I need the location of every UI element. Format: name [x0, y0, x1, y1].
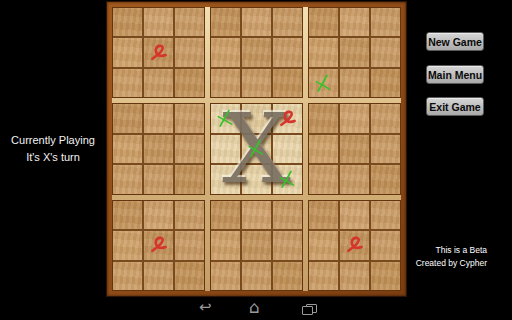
cell-r2-c2[interactable] — [175, 69, 204, 97]
cell-r7-c2[interactable] — [175, 231, 204, 259]
cell-r7-c5[interactable] — [273, 231, 302, 259]
cell-r3-c6[interactable] — [309, 104, 338, 132]
cell-r1-c1[interactable] — [144, 38, 173, 66]
cell-r1-c3[interactable] — [211, 38, 240, 66]
cell-r8-c3[interactable] — [211, 262, 240, 290]
cell-r3-c8[interactable] — [371, 104, 400, 132]
x-mark-icon — [314, 72, 333, 95]
cell-r0-c5[interactable] — [273, 8, 302, 36]
cell-r1-c5[interactable] — [273, 38, 302, 66]
cell-r8-c1[interactable] — [144, 262, 173, 290]
board-grid: X — [112, 7, 401, 291]
cell-r2-c6[interactable] — [309, 69, 338, 97]
cell-r2-c8[interactable] — [371, 69, 400, 97]
cell-r7-c8[interactable] — [371, 231, 400, 259]
cell-r8-c5[interactable] — [273, 262, 302, 290]
cell-r7-c6[interactable] — [309, 231, 338, 259]
cell-r6-c8[interactable] — [371, 201, 400, 229]
game-board: X — [106, 1, 407, 297]
cell-r5-c0[interactable] — [113, 165, 142, 193]
x-mark-icon — [247, 137, 266, 160]
subboard-2-0 — [112, 200, 205, 291]
subboard-1-0 — [112, 103, 205, 194]
cell-r5-c3[interactable] — [211, 165, 240, 193]
cell-r0-c3[interactable] — [211, 8, 240, 36]
cell-r1-c8[interactable] — [371, 38, 400, 66]
cell-r5-c7[interactable] — [340, 165, 369, 193]
exit-game-button[interactable]: Exit Game — [426, 97, 484, 116]
subboard-1-2 — [308, 103, 401, 194]
cell-r2-c4[interactable] — [242, 69, 271, 97]
beta-credits: This is a Beta Created by Cypher — [416, 244, 487, 270]
cell-r8-c8[interactable] — [371, 262, 400, 290]
cell-r7-c0[interactable] — [113, 231, 142, 259]
o-mark-icon — [344, 232, 366, 258]
cell-r0-c8[interactable] — [371, 8, 400, 36]
cell-r0-c1[interactable] — [144, 8, 173, 36]
cell-r1-c4[interactable] — [242, 38, 271, 66]
cell-r4-c2[interactable] — [175, 135, 204, 163]
cell-r6-c2[interactable] — [175, 201, 204, 229]
cell-r6-c1[interactable] — [144, 201, 173, 229]
cell-r1-c2[interactable] — [175, 38, 204, 66]
cell-r3-c4[interactable] — [242, 104, 271, 132]
cell-r2-c0[interactable] — [113, 69, 142, 97]
subboard-1-1: X — [210, 103, 303, 194]
cell-r5-c5[interactable] — [273, 165, 302, 193]
cell-r4-c0[interactable] — [113, 135, 142, 163]
cell-r1-c0[interactable] — [113, 38, 142, 66]
cell-r8-c7[interactable] — [340, 262, 369, 290]
cell-r1-c6[interactable] — [309, 38, 338, 66]
recents-front-rect — [302, 306, 313, 315]
status-line2: It's X's turn — [0, 149, 106, 166]
main-menu-button[interactable]: Main Menu — [426, 65, 484, 84]
credits-line1: This is a Beta — [416, 244, 487, 257]
subboard-0-2 — [308, 7, 401, 98]
cell-r7-c7[interactable] — [340, 231, 369, 259]
cell-r4-c4[interactable] — [242, 135, 271, 163]
cell-r3-c3[interactable] — [211, 104, 240, 132]
status-line1: Currently Playing — [0, 132, 106, 149]
cell-r4-c6[interactable] — [309, 135, 338, 163]
cell-r0-c7[interactable] — [340, 8, 369, 36]
cell-r3-c5[interactable] — [273, 104, 302, 132]
back-icon[interactable]: ↩ — [199, 300, 212, 315]
cell-r5-c8[interactable] — [371, 165, 400, 193]
cell-r7-c1[interactable] — [144, 231, 173, 259]
cell-r4-c5[interactable] — [273, 135, 302, 163]
cell-r5-c1[interactable] — [144, 165, 173, 193]
cell-r2-c1[interactable] — [144, 69, 173, 97]
cell-r8-c4[interactable] — [242, 262, 271, 290]
cell-r6-c6[interactable] — [309, 201, 338, 229]
x-mark-icon — [278, 168, 297, 191]
turn-status: Currently Playing It's X's turn — [0, 132, 106, 166]
cell-r6-c0[interactable] — [113, 201, 142, 229]
cell-r2-c7[interactable] — [340, 69, 369, 97]
cell-r0-c6[interactable] — [309, 8, 338, 36]
cell-r1-c7[interactable] — [340, 38, 369, 66]
cell-r8-c6[interactable] — [309, 262, 338, 290]
cell-r6-c7[interactable] — [340, 201, 369, 229]
cell-r3-c2[interactable] — [175, 104, 204, 132]
cell-r4-c3[interactable] — [211, 135, 240, 163]
x-mark-icon — [216, 107, 235, 130]
new-game-button[interactable]: New Game — [426, 32, 484, 51]
cell-r8-c0[interactable] — [113, 262, 142, 290]
cell-r5-c2[interactable] — [175, 165, 204, 193]
cell-r8-c2[interactable] — [175, 262, 204, 290]
cell-r6-c5[interactable] — [273, 201, 302, 229]
cell-r7-c4[interactable] — [242, 231, 271, 259]
cell-r6-c3[interactable] — [211, 201, 240, 229]
cell-r6-c4[interactable] — [242, 201, 271, 229]
recent-apps-icon[interactable] — [302, 304, 317, 315]
subboard-2-2 — [308, 200, 401, 291]
cell-r5-c6[interactable] — [309, 165, 338, 193]
cell-r0-c0[interactable] — [113, 8, 142, 36]
cell-r2-c3[interactable] — [211, 69, 240, 97]
cell-r0-c4[interactable] — [242, 8, 271, 36]
subboard-2-1 — [210, 200, 303, 291]
cell-r3-c1[interactable] — [144, 104, 173, 132]
cell-r4-c1[interactable] — [144, 135, 173, 163]
cell-r5-c4[interactable] — [242, 165, 271, 193]
o-mark-icon — [277, 106, 299, 132]
subboard-0-0 — [112, 7, 205, 98]
cell-r3-c7[interactable] — [340, 104, 369, 132]
subboard-0-1 — [210, 7, 303, 98]
cell-r4-c8[interactable] — [371, 135, 400, 163]
cell-r0-c2[interactable] — [175, 8, 204, 36]
cell-r4-c7[interactable] — [340, 135, 369, 163]
o-mark-icon — [148, 40, 170, 66]
cell-r7-c3[interactable] — [211, 231, 240, 259]
cell-r2-c5[interactable] — [273, 69, 302, 97]
cell-r3-c0[interactable] — [113, 104, 142, 132]
credits-line2: Created by Cypher — [416, 257, 487, 270]
home-icon[interactable]: ⌂ — [249, 300, 260, 315]
o-mark-icon — [148, 232, 170, 258]
